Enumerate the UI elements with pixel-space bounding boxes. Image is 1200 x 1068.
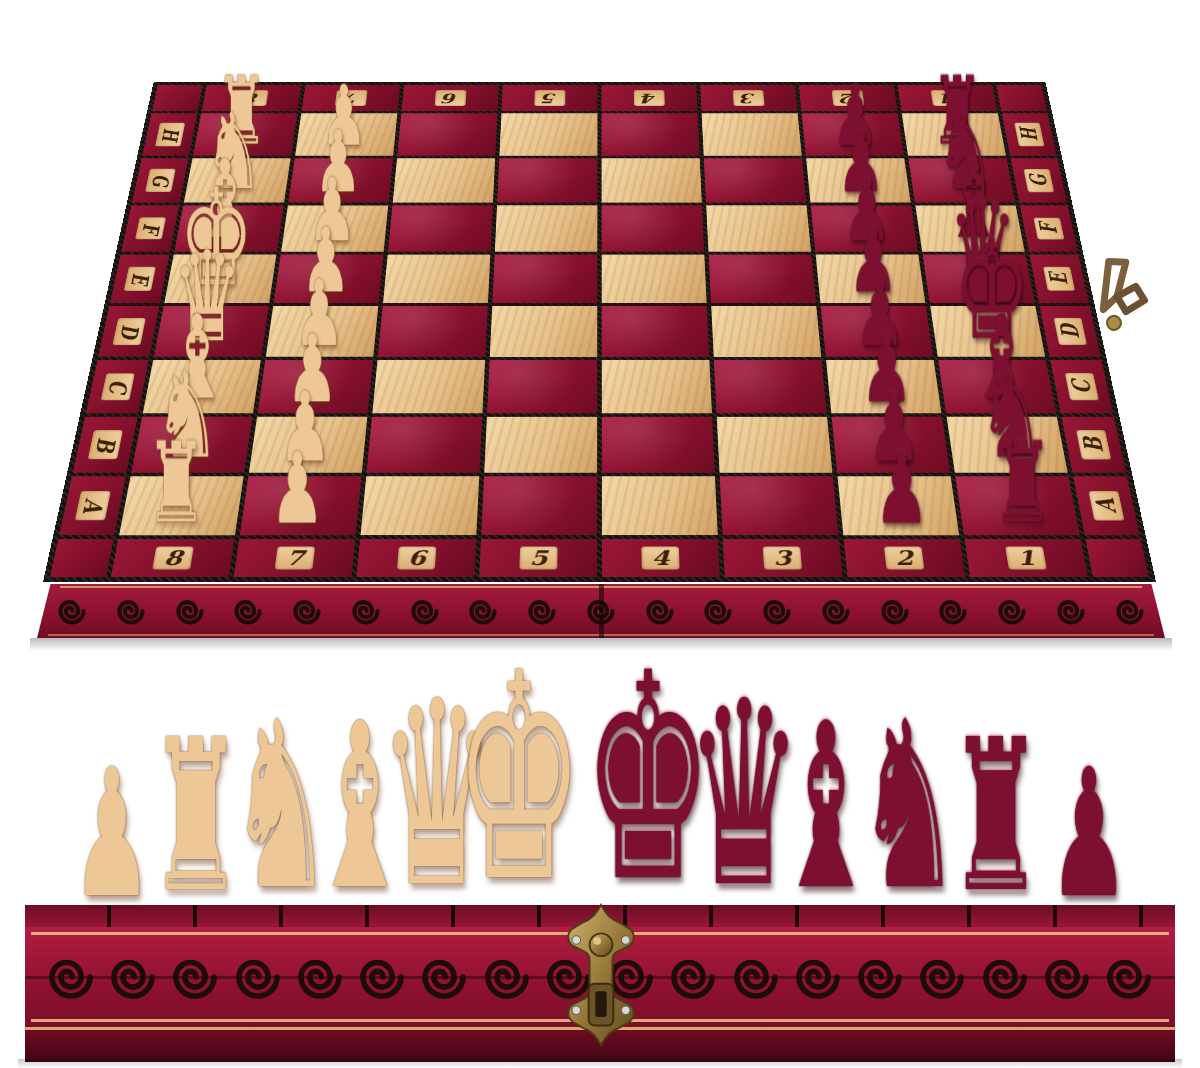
rank-label-bottom-1: 1 xyxy=(965,539,1088,577)
spiral-icon xyxy=(231,594,265,628)
spiral-path xyxy=(114,962,152,996)
spiral-icon xyxy=(1054,594,1088,628)
spiral-icon xyxy=(995,594,1029,628)
square-f5 xyxy=(495,205,598,251)
rank-label-bottom-4: 4 xyxy=(602,539,720,577)
square-a7: ♟ xyxy=(240,476,362,535)
rank-label-bottom-5: 5 xyxy=(479,539,597,577)
coordinate-label: B xyxy=(1076,430,1111,459)
file-label-left-A: A xyxy=(59,476,126,535)
square-e3 xyxy=(709,255,816,303)
square-h4 xyxy=(602,113,700,155)
rank-label-bottom-6: 6 xyxy=(356,539,476,577)
spiral-path xyxy=(413,602,436,622)
spiral-path xyxy=(1110,962,1148,996)
file-label-right-C: C xyxy=(1050,360,1113,413)
red-rook: ♜ xyxy=(991,427,1053,539)
coordinate-label: C xyxy=(101,373,135,400)
spiral-path xyxy=(737,962,775,996)
coordinate-label: B xyxy=(88,430,123,459)
file-label-left-B: B xyxy=(73,417,138,473)
spiral-icon xyxy=(55,594,89,628)
coordinate-label: A xyxy=(1088,491,1124,521)
lineup-red-pawn: ♟ xyxy=(1049,745,1129,922)
square-b5 xyxy=(484,417,597,473)
file-label-left-D: D xyxy=(98,306,159,357)
spiral-path xyxy=(301,962,339,996)
spiral-path xyxy=(425,962,463,996)
file-label-left-F: F xyxy=(121,205,179,251)
spiral-path xyxy=(354,602,377,622)
square-a5 xyxy=(481,476,597,535)
square-a8: ♜ xyxy=(119,476,243,535)
spiral-icon xyxy=(819,594,853,628)
coordinate-label: 2 xyxy=(884,546,925,569)
spiral-path xyxy=(799,962,837,996)
coordinate-label: F xyxy=(135,217,166,239)
square-b4 xyxy=(602,417,715,473)
file-label-left-E: E xyxy=(110,255,169,303)
spiral-icon xyxy=(349,594,383,628)
square-a3 xyxy=(720,476,839,535)
spiral-path xyxy=(239,962,277,996)
coordinate-label: G xyxy=(1023,169,1054,192)
brass-latch-icon xyxy=(553,902,649,1054)
spiral-path xyxy=(237,602,260,622)
spiral-path xyxy=(1118,602,1141,622)
coordinate-label: 4 xyxy=(634,90,665,106)
square-e6 xyxy=(383,255,490,303)
coordinate-label: H xyxy=(1014,123,1044,147)
spiral-path xyxy=(176,962,214,996)
spiral-path xyxy=(1059,602,1082,622)
spiral-icon xyxy=(408,594,442,628)
spiral-path xyxy=(60,602,83,622)
file-label-left-C: C xyxy=(86,360,149,413)
square-c5 xyxy=(487,360,597,413)
square-e4 xyxy=(602,255,707,303)
lineup-white-king: ♚ xyxy=(454,637,583,922)
spiral-path xyxy=(178,602,201,622)
square-h6 xyxy=(397,113,497,155)
board-corner xyxy=(996,85,1047,111)
spiral-path xyxy=(883,602,906,622)
coordinate-label: 8 xyxy=(152,546,194,569)
spiral-icon xyxy=(1113,594,1147,628)
rank-label-bottom-3: 3 xyxy=(723,539,843,577)
spiral-path xyxy=(119,602,142,622)
coordinate-label: 1 xyxy=(1005,546,1047,569)
coordinate-label: F xyxy=(1033,217,1064,239)
square-h5 xyxy=(499,113,597,155)
spiral-icon xyxy=(878,594,912,628)
chess-set-product-photo: 87654321H♜♟♟♜HG♞♟♟♞GF♝♟♟♝FE♚♟♟♛ED♛♟♟♚DC♝… xyxy=(0,0,1200,1068)
rank-label-top-3: 3 xyxy=(700,85,797,111)
rank-label-top-5: 5 xyxy=(502,85,598,111)
spiral-path xyxy=(52,962,90,996)
square-f4 xyxy=(602,205,705,251)
rank-label-bottom-8: 8 xyxy=(111,539,234,577)
open-board-view: 87654321H♜♟♟♜HG♞♟♟♞GF♝♟♟♝FE♚♟♟♛ED♛♟♟♚DC♝… xyxy=(0,0,1200,668)
coordinate-label: 3 xyxy=(763,546,802,569)
coordinate-label: 6 xyxy=(435,90,467,106)
spiral-path xyxy=(824,602,847,622)
spiral-icon xyxy=(114,594,148,628)
rank-label-bottom-7: 7 xyxy=(234,539,356,577)
spiral-path xyxy=(296,602,319,622)
file-label-right-E: E xyxy=(1030,255,1089,303)
rank-label-top-4: 4 xyxy=(602,85,698,111)
white-rook: ♜ xyxy=(145,427,207,539)
square-e5 xyxy=(492,255,597,303)
coordinate-label: 3 xyxy=(733,90,765,106)
square-b3 xyxy=(717,417,833,473)
spiral-path xyxy=(985,962,1023,996)
coordinate-label: E xyxy=(1043,267,1075,291)
board-corner xyxy=(50,539,113,577)
spiral-path xyxy=(488,962,526,996)
spiral-path xyxy=(1001,602,1024,622)
lineup-white-pawn: ♟ xyxy=(72,745,152,922)
square-a6 xyxy=(361,476,480,535)
clasp-loop-upper xyxy=(1090,257,1138,310)
spiral-icon xyxy=(936,594,970,628)
square-c6 xyxy=(372,360,485,413)
square-b6 xyxy=(367,417,483,473)
rank-label-top-6: 6 xyxy=(402,85,499,111)
lineup-red-rook: ♜ xyxy=(948,712,1043,922)
board-corner xyxy=(1086,539,1149,577)
square-g4 xyxy=(602,158,702,202)
file-label-right-G: G xyxy=(1011,158,1067,202)
coordinate-label: G xyxy=(145,169,176,192)
brass-clasp-icon xyxy=(1082,246,1154,334)
coordinate-label: 5 xyxy=(534,90,565,106)
spiral-path xyxy=(363,962,401,996)
file-label-right-H: H xyxy=(1002,113,1057,155)
square-g3 xyxy=(704,158,806,202)
white-pawn: ♟ xyxy=(270,440,325,539)
square-g5 xyxy=(497,158,597,202)
coordinate-label: 5 xyxy=(519,546,557,569)
coordinate-label: D xyxy=(112,318,145,345)
spiral-path xyxy=(674,962,712,996)
file-label-right-B: B xyxy=(1062,417,1127,473)
board-corner xyxy=(152,85,203,111)
clasp-knob xyxy=(1105,314,1123,332)
square-f6 xyxy=(388,205,493,251)
spiral-path xyxy=(923,962,961,996)
rank-label-bottom-2: 2 xyxy=(844,539,966,577)
square-a1: ♜ xyxy=(955,476,1079,535)
spiral-icon xyxy=(290,594,324,628)
square-h3 xyxy=(702,113,802,155)
spiral-icon xyxy=(760,594,794,628)
square-g6 xyxy=(393,158,495,202)
board-fold-seam xyxy=(109,303,1089,305)
square-f3 xyxy=(706,205,811,251)
closed-box-view: ♟♜♞♝♛♚♚♛♝♞♜♟ xyxy=(0,668,1200,1068)
square-d3 xyxy=(711,306,821,357)
spiral-path xyxy=(942,602,965,622)
coordinate-label: 7 xyxy=(275,546,316,569)
coordinate-label: E xyxy=(124,267,156,291)
coordinate-label: 4 xyxy=(641,546,679,569)
spiral-icon xyxy=(173,594,207,628)
square-d5 xyxy=(490,306,597,357)
file-label-left-H: H xyxy=(142,113,197,155)
latch-knob xyxy=(590,933,613,956)
latch-hasp-hole xyxy=(595,991,606,1017)
coordinate-label: 6 xyxy=(397,546,436,569)
square-c4 xyxy=(602,360,712,413)
latch-knob-highlight xyxy=(593,937,601,945)
square-a4 xyxy=(602,476,718,535)
chess-board: 87654321H♜♟♟♜HG♞♟♟♞GF♝♟♟♝FE♚♟♟♛ED♛♟♟♚DC♝… xyxy=(43,82,1156,582)
lineup-red-knight: ♞ xyxy=(857,691,962,922)
coordinate-label: A xyxy=(75,491,111,521)
spiral-path xyxy=(1048,962,1086,996)
coordinate-label: C xyxy=(1065,373,1099,400)
coordinate-label: H xyxy=(155,123,185,147)
square-a2: ♟ xyxy=(838,476,960,535)
square-d4 xyxy=(602,306,709,357)
spiral-path xyxy=(861,962,899,996)
spiral-path xyxy=(766,602,789,622)
square-c3 xyxy=(714,360,827,413)
red-pawn: ♟ xyxy=(874,440,929,539)
file-label-right-A: A xyxy=(1073,476,1140,535)
square-d6 xyxy=(378,306,488,357)
